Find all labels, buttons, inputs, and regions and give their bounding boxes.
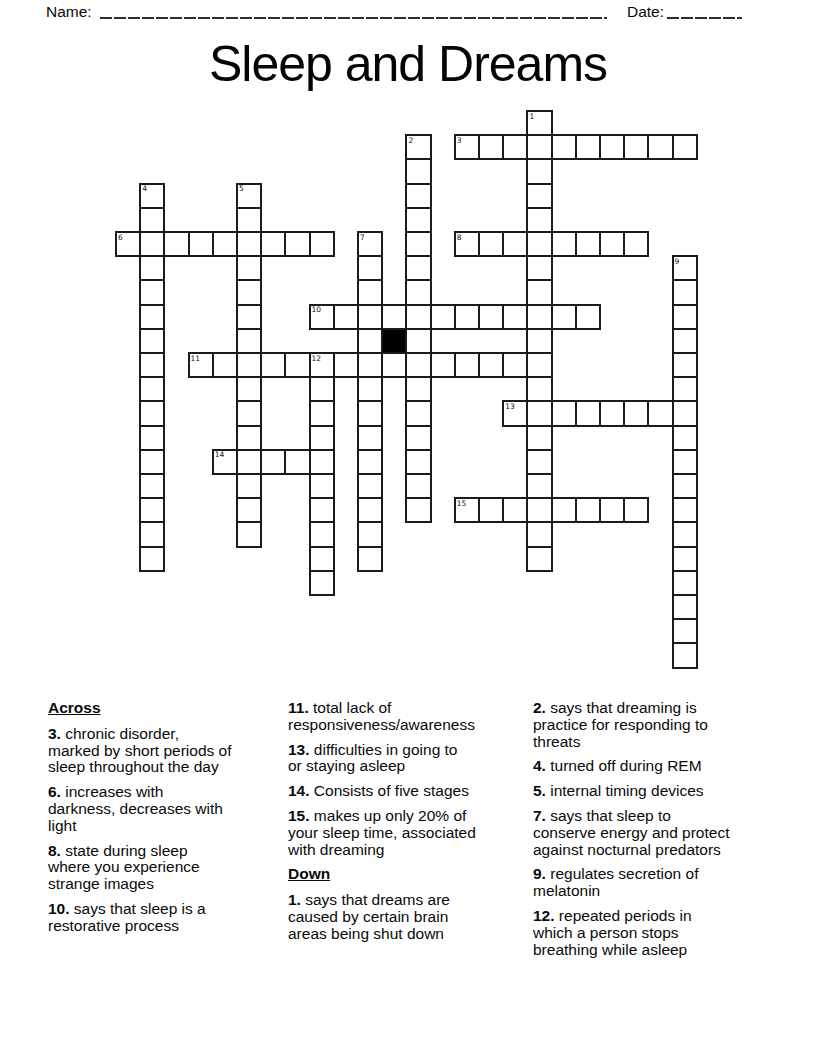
answer-cell[interactable] [284,231,310,257]
answer-cell[interactable] [478,304,504,330]
answer-cell[interactable] [405,255,431,281]
clue-number: 4. [533,757,546,774]
answer-cell[interactable] [575,497,601,523]
answer-cell[interactable] [526,255,552,281]
down-header: Down [288,866,528,883]
answer-cell[interactable] [454,304,480,330]
answer-cell[interactable] [357,279,383,305]
answer-cell[interactable] [526,425,552,451]
answer-cell[interactable] [575,304,601,330]
down-clue-9: 9. regulates secretion of melatonin [533,866,793,900]
across-clue-6: 6. increases with darkness, decreases wi… [48,784,284,834]
answer-cell[interactable] [405,473,431,499]
answer-cell[interactable] [526,400,552,426]
answer-cell[interactable] [405,352,431,378]
answer-cell[interactable] [139,497,165,523]
answer-cell[interactable] [405,279,431,305]
answer-cell[interactable] [526,352,552,378]
answer-cell[interactable] [405,376,431,402]
answer-cell[interactable] [236,279,262,305]
answer-cell[interactable] [672,642,698,668]
date-blank-line [667,17,742,19]
answer-cell[interactable] [139,425,165,451]
down-clue-1: 1. says that dreams are caused by certai… [288,892,528,942]
answer-cell[interactable] [260,231,286,257]
answer-cell[interactable] [236,352,262,378]
answer-cell[interactable] [139,352,165,378]
answer-cell[interactable] [526,183,552,209]
clue-number: 5. [533,782,546,799]
answer-cell[interactable] [502,352,528,378]
cell-number: 1 [529,113,534,121]
answer-cell[interactable] [672,570,698,596]
cell-number: 12 [312,355,322,363]
answer-cell[interactable] [551,231,577,257]
answer-cell[interactable] [236,449,262,475]
name-blank-line [100,17,607,19]
answer-cell[interactable] [139,231,165,257]
down-clue-7: 7. says that sleep to conserve energy an… [533,808,793,858]
answer-cell[interactable] [381,352,407,378]
answer-cell[interactable] [672,304,698,330]
answer-cell[interactable] [551,497,577,523]
answer-cell[interactable] [672,521,698,547]
clue-text: repeated periods in which a person stops… [533,907,692,958]
cell-number: 10 [312,306,322,314]
answer-cell[interactable] [212,352,238,378]
clue-text: internal timing devices [546,782,704,799]
date-label: Date: [627,3,664,21]
answer-cell[interactable] [139,376,165,402]
answer-cell[interactable] [526,158,552,184]
answer-cell[interactable] [139,279,165,305]
answer-cell[interactable] [309,546,335,572]
answer-cell[interactable] [526,546,552,572]
answer-cell[interactable] [672,376,698,402]
answer-cell[interactable] [236,473,262,499]
answer-cell[interactable] [260,352,286,378]
answer-cell[interactable] [357,400,383,426]
answer-cell[interactable] [502,497,528,523]
across-clue-14: 14. Consists of five stages [288,783,528,800]
clue-text: increases with darkness, decreases with … [48,783,223,834]
answer-cell[interactable] [502,134,528,160]
answer-cell[interactable] [430,352,456,378]
down-clue-12: 12. repeated periods in which a person s… [533,908,793,958]
answer-cell[interactable] [599,134,625,160]
answer-cell[interactable] [526,231,552,257]
cell-number: 8 [457,234,462,242]
answer-cell[interactable] [672,134,698,160]
answer-cell[interactable] [551,134,577,160]
cell-number: 5 [239,185,244,193]
clue-text: total lack of responsiveness/awareness [288,699,475,733]
answer-cell[interactable] [551,304,577,330]
answer-cell[interactable] [526,134,552,160]
clue-number: 14. [288,782,310,799]
cell-number: 14 [215,451,225,459]
answer-cell[interactable] [623,497,649,523]
answer-cell[interactable] [236,231,262,257]
answer-cell[interactable] [236,255,262,281]
answer-cell[interactable] [357,255,383,281]
answer-cell[interactable] [526,521,552,547]
clue-number: 13. [288,741,310,758]
answer-cell[interactable] [623,134,649,160]
answer-cell[interactable] [236,304,262,330]
answer-cell[interactable] [333,304,359,330]
answer-cell[interactable] [454,352,480,378]
answer-cell[interactable] [284,352,310,378]
answer-cell[interactable] [526,473,552,499]
cell-number: 6 [118,234,123,242]
answer-cell[interactable] [357,473,383,499]
puzzle-title: Sleep and Dreams [0,38,816,91]
cell-number: 7 [360,234,365,242]
answer-cell[interactable] [333,352,359,378]
cell-number: 3 [457,137,462,145]
answer-cell[interactable] [139,449,165,475]
answer-cell[interactable] [139,207,165,233]
answer-cell[interactable] [575,134,601,160]
clue-text: regulates secretion of melatonin [533,865,698,899]
answer-cell[interactable] [139,400,165,426]
answer-cell[interactable] [647,400,673,426]
cell-number: 4 [142,185,147,193]
clue-text: says that sleep is a restorative process [48,900,206,934]
answer-cell[interactable] [623,231,649,257]
answer-cell[interactable] [309,521,335,547]
answer-cell[interactable] [357,425,383,451]
clue-number: 2. [533,699,546,716]
answer-cell[interactable] [357,521,383,547]
answer-cell[interactable] [672,279,698,305]
clue-number: 15. [288,807,310,824]
answer-cell[interactable] [405,231,431,257]
answer-cell[interactable] [236,376,262,402]
clue-number: 9. [533,865,546,882]
crossword-grid: 123456789101112131415 [115,110,700,670]
answer-cell[interactable] [236,521,262,547]
answer-cell[interactable] [357,304,383,330]
clue-column-across: Across3. chronic disorder, marked by sho… [48,700,284,943]
answer-cell[interactable] [672,473,698,499]
across-clue-11: 11. total lack of responsiveness/awarene… [288,700,528,734]
answer-cell[interactable] [672,497,698,523]
answer-cell[interactable] [309,231,335,257]
answer-cell[interactable] [526,497,552,523]
cell-number: 13 [505,403,515,411]
answer-cell[interactable] [575,231,601,257]
clue-number: 7. [533,807,546,824]
answer-cell[interactable] [139,521,165,547]
answer-cell[interactable] [309,497,335,523]
cell-number: 11 [191,355,201,363]
answer-cell[interactable] [599,400,625,426]
answer-cell[interactable] [672,352,698,378]
black-cell [381,328,407,354]
clue-text: difficulties in going to or staying asle… [288,741,457,775]
answer-cell[interactable] [405,400,431,426]
answer-cell[interactable] [236,328,262,354]
answer-cell[interactable] [647,134,673,160]
down-clue-2: 2. says that dreaming is practice for re… [533,700,793,750]
clue-text: says that dreams are caused by certain b… [288,891,450,942]
answer-cell[interactable] [672,328,698,354]
across-clue-8: 8. state during sleep where you experien… [48,843,284,893]
answer-cell[interactable] [357,376,383,402]
answer-cell[interactable] [672,400,698,426]
answer-cell[interactable] [551,400,577,426]
clue-text: turned off during REM [546,757,702,774]
down-clue-4: 4. turned off during REM [533,758,793,775]
across-clue-13: 13. difficulties in going to or staying … [288,742,528,776]
answer-cell[interactable] [284,449,310,475]
answer-cell[interactable] [212,231,238,257]
clue-number: 8. [48,842,61,859]
answer-cell[interactable] [599,497,625,523]
clue-number: 3. [48,725,61,742]
clue-number: 10. [48,900,70,917]
clue-column-middle: 11. total lack of responsiveness/awarene… [288,700,528,951]
across-clue-10: 10. says that sleep is a restorative pro… [48,901,284,935]
answer-cell[interactable] [672,425,698,451]
answer-cell[interactable] [236,497,262,523]
answer-cell[interactable] [357,497,383,523]
answer-cell[interactable] [672,449,698,475]
answer-cell[interactable] [260,449,286,475]
clue-text: makes up only 20% of your sleep time, as… [288,807,476,858]
answer-cell[interactable] [526,449,552,475]
clue-number: 1. [288,891,301,908]
answer-cell[interactable] [623,400,649,426]
answer-cell[interactable] [309,473,335,499]
answer-cell[interactable] [405,328,431,354]
answer-cell[interactable] [381,304,407,330]
answer-cell[interactable] [236,207,262,233]
answer-cell[interactable] [526,279,552,305]
answer-cell[interactable] [405,158,431,184]
answer-cell[interactable] [357,546,383,572]
answer-cell[interactable] [139,546,165,572]
answer-cell[interactable] [357,328,383,354]
answer-cell[interactable] [526,207,552,233]
answer-cell[interactable] [478,134,504,160]
answer-cell[interactable] [502,304,528,330]
answer-cell[interactable] [309,449,335,475]
clue-text: says that sleep to conserve energy and p… [533,807,729,858]
answer-cell[interactable] [163,231,189,257]
answer-cell[interactable] [236,400,262,426]
answer-cell[interactable] [405,304,431,330]
answer-cell[interactable] [405,183,431,209]
answer-cell[interactable] [478,231,504,257]
clue-number: 6. [48,783,61,800]
cell-number: 2 [408,137,413,145]
answer-cell[interactable] [405,449,431,475]
answer-cell[interactable] [502,231,528,257]
answer-cell[interactable] [309,570,335,596]
cell-number: 15 [457,500,467,508]
answer-cell[interactable] [139,328,165,354]
answer-cell[interactable] [478,497,504,523]
answer-cell[interactable] [478,352,504,378]
answer-cell[interactable] [672,618,698,644]
answer-cell[interactable] [526,376,552,402]
answer-cell[interactable] [405,425,431,451]
cell-number: 9 [675,258,680,266]
answer-cell[interactable] [357,449,383,475]
answer-cell[interactable] [139,304,165,330]
answer-cell[interactable] [309,425,335,451]
clue-number: 11. [288,699,309,716]
answer-cell[interactable] [672,594,698,620]
answer-cell[interactable] [188,231,214,257]
answer-cell[interactable] [575,400,601,426]
answer-cell[interactable] [526,304,552,330]
answer-cell[interactable] [672,546,698,572]
answer-cell[interactable] [405,497,431,523]
down-clue-5: 5. internal timing devices [533,783,793,800]
answer-cell[interactable] [430,304,456,330]
answer-cell[interactable] [357,352,383,378]
clue-text: Consists of five stages [310,782,469,799]
name-label: Name: [46,3,92,21]
clue-text: state during sleep where you experience … [48,842,200,893]
answer-cell[interactable] [236,425,262,451]
answer-cell[interactable] [526,328,552,354]
across-header: Across [48,700,284,717]
answer-cell[interactable] [139,473,165,499]
clue-text: says that dreaming is practice for respo… [533,699,708,750]
clue-column-down: 2. says that dreaming is practice for re… [533,700,793,966]
clue-text: chronic disorder, marked by short period… [48,725,232,776]
answer-cell[interactable] [599,231,625,257]
answer-cell[interactable] [309,376,335,402]
clue-number: 12. [533,907,555,924]
answer-cell[interactable] [405,207,431,233]
across-clue-3: 3. chronic disorder, marked by short per… [48,726,284,776]
across-clue-15: 15. makes up only 20% of your sleep time… [288,808,528,858]
answer-cell[interactable] [139,255,165,281]
answer-cell[interactable] [309,400,335,426]
